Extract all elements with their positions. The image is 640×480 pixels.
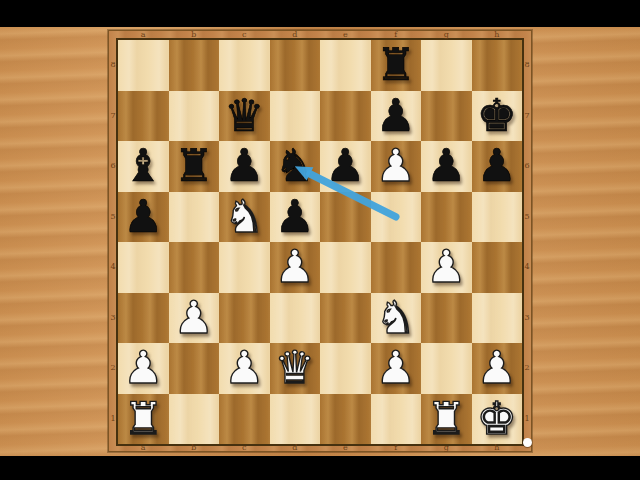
square-a6[interactable]: ♝ xyxy=(118,141,169,192)
square-g6[interactable]: ♟ xyxy=(421,141,472,192)
square-e5[interactable] xyxy=(320,192,371,243)
rank-label-right-4: 4 xyxy=(522,242,532,293)
square-a5[interactable]: ♟ xyxy=(118,192,169,243)
white-to-move-indicator-dot xyxy=(523,438,532,447)
square-g5[interactable] xyxy=(421,192,472,243)
file-label-top-b: b xyxy=(169,30,220,40)
square-h3[interactable] xyxy=(472,293,523,344)
square-g8[interactable] xyxy=(421,40,472,91)
piece-black-pawn-h6[interactable]: ♟ xyxy=(472,141,523,192)
piece-white-pawn-b3[interactable]: ♟ xyxy=(169,293,220,344)
square-e2[interactable] xyxy=(320,343,371,394)
square-h8[interactable] xyxy=(472,40,523,91)
square-f4[interactable] xyxy=(371,242,422,293)
piece-white-pawn-d4[interactable]: ♟ xyxy=(270,242,321,293)
rank-label-left-6: 6 xyxy=(108,141,118,192)
square-d7[interactable] xyxy=(270,91,321,142)
piece-white-pawn-c2[interactable]: ♟ xyxy=(219,343,270,394)
rank-label-right-2: 2 xyxy=(522,343,532,394)
rank-labels-right: 87654321 xyxy=(522,40,532,444)
square-e6[interactable]: ♟ xyxy=(320,141,371,192)
square-e4[interactable] xyxy=(320,242,371,293)
piece-white-pawn-f6[interactable]: ♟ xyxy=(371,141,422,192)
square-b3[interactable]: ♟ xyxy=(169,293,220,344)
file-label-top-c: c xyxy=(219,30,270,40)
file-label-bottom-b: b xyxy=(169,443,220,453)
rank-label-left-1: 1 xyxy=(108,394,118,445)
file-label-bottom-f: f xyxy=(371,443,422,453)
chess-board[interactable]: ♜♛♟♚♝♜♟♞♟♟♟♟♟♞♟♟♟♟♞♟♟♛♟♟♜♜♚ xyxy=(118,40,522,444)
rank-label-right-6: 6 xyxy=(522,141,532,192)
square-d5[interactable]: ♟ xyxy=(270,192,321,243)
square-b7[interactable] xyxy=(169,91,220,142)
piece-white-knight-f3[interactable]: ♞ xyxy=(371,293,422,344)
square-d3[interactable] xyxy=(270,293,321,344)
rank-label-right-3: 3 xyxy=(522,293,532,344)
piece-black-pawn-a5[interactable]: ♟ xyxy=(118,192,169,243)
square-h5[interactable] xyxy=(472,192,523,243)
square-g1[interactable]: ♜ xyxy=(421,394,472,445)
square-b2[interactable] xyxy=(169,343,220,394)
piece-black-pawn-g6[interactable]: ♟ xyxy=(421,141,472,192)
square-b8[interactable] xyxy=(169,40,220,91)
letterbox-bar-bottom xyxy=(0,456,640,480)
piece-black-pawn-c6[interactable]: ♟ xyxy=(219,141,270,192)
rank-label-right-8: 8 xyxy=(522,40,532,91)
square-c8[interactable] xyxy=(219,40,270,91)
square-g7[interactable] xyxy=(421,91,472,142)
file-label-top-f: f xyxy=(371,30,422,40)
piece-white-rook-g1[interactable]: ♜ xyxy=(421,394,472,445)
file-label-bottom-a: a xyxy=(118,443,169,453)
chess-app-window: abcdefgh 87654321 87654321 abcdefgh ♜♛♟♚… xyxy=(0,0,640,480)
rank-label-left-7: 7 xyxy=(108,91,118,142)
square-e8[interactable] xyxy=(320,40,371,91)
piece-white-king-h1[interactable]: ♚ xyxy=(472,394,523,445)
square-b6[interactable]: ♜ xyxy=(169,141,220,192)
square-a3[interactable] xyxy=(118,293,169,344)
file-label-bottom-e: e xyxy=(320,443,371,453)
square-e1[interactable] xyxy=(320,394,371,445)
file-label-bottom-h: h xyxy=(472,443,523,453)
piece-black-rook-b6[interactable]: ♜ xyxy=(169,141,220,192)
square-e3[interactable] xyxy=(320,293,371,344)
piece-black-pawn-d5[interactable]: ♟ xyxy=(270,192,321,243)
file-label-top-d: d xyxy=(270,30,321,40)
square-c6[interactable]: ♟ xyxy=(219,141,270,192)
rank-label-left-8: 8 xyxy=(108,40,118,91)
rank-label-right-1: 1 xyxy=(522,394,532,445)
piece-black-rook-f8[interactable]: ♜ xyxy=(371,40,422,91)
square-f8[interactable]: ♜ xyxy=(371,40,422,91)
square-d2[interactable]: ♛ xyxy=(270,343,321,394)
piece-white-queen-d2[interactable]: ♛ xyxy=(270,343,321,394)
square-d6[interactable]: ♞ xyxy=(270,141,321,192)
square-f2[interactable]: ♟ xyxy=(371,343,422,394)
file-labels-top: abcdefgh xyxy=(118,30,522,40)
square-g4[interactable]: ♟ xyxy=(421,242,472,293)
file-label-top-a: a xyxy=(118,30,169,40)
square-b4[interactable] xyxy=(169,242,220,293)
file-label-top-g: g xyxy=(421,30,472,40)
piece-black-knight-d6[interactable]: ♞ xyxy=(270,141,321,192)
rank-labels-left: 87654321 xyxy=(108,40,118,444)
file-label-bottom-d: d xyxy=(270,443,321,453)
rank-label-right-7: 7 xyxy=(522,91,532,142)
square-c3[interactable] xyxy=(219,293,270,344)
square-h4[interactable] xyxy=(472,242,523,293)
rank-label-left-3: 3 xyxy=(108,293,118,344)
piece-black-pawn-f7[interactable]: ♟ xyxy=(371,91,422,142)
square-b1[interactable] xyxy=(169,394,220,445)
piece-black-queen-c7[interactable]: ♛ xyxy=(219,91,270,142)
piece-white-pawn-a2[interactable]: ♟ xyxy=(118,343,169,394)
rank-label-left-4: 4 xyxy=(108,242,118,293)
square-a1[interactable]: ♜ xyxy=(118,394,169,445)
rank-label-left-2: 2 xyxy=(108,343,118,394)
square-a7[interactable] xyxy=(118,91,169,142)
square-f3[interactable]: ♞ xyxy=(371,293,422,344)
piece-black-king-h7[interactable]: ♚ xyxy=(472,91,523,142)
square-a8[interactable] xyxy=(118,40,169,91)
square-c4[interactable] xyxy=(219,242,270,293)
square-b5[interactable] xyxy=(169,192,220,243)
piece-white-pawn-g4[interactable]: ♟ xyxy=(421,242,472,293)
square-h1[interactable]: ♚ xyxy=(472,394,523,445)
square-d8[interactable] xyxy=(270,40,321,91)
piece-white-knight-c5[interactable]: ♞ xyxy=(219,192,270,243)
rank-label-left-5: 5 xyxy=(108,192,118,243)
piece-white-rook-a1[interactable]: ♜ xyxy=(118,394,169,445)
square-e7[interactable] xyxy=(320,91,371,142)
square-a2[interactable]: ♟ xyxy=(118,343,169,394)
square-c1[interactable] xyxy=(219,394,270,445)
letterbox-bar-top xyxy=(0,0,640,27)
piece-black-pawn-e6[interactable]: ♟ xyxy=(320,141,371,192)
piece-black-bishop-a6[interactable]: ♝ xyxy=(118,141,169,192)
file-labels-bottom: abcdefgh xyxy=(118,443,522,453)
piece-white-pawn-h2[interactable]: ♟ xyxy=(472,343,523,394)
square-c5[interactable]: ♞ xyxy=(219,192,270,243)
square-d1[interactable] xyxy=(270,394,321,445)
square-h7[interactable]: ♚ xyxy=(472,91,523,142)
square-c7[interactable]: ♛ xyxy=(219,91,270,142)
square-h2[interactable]: ♟ xyxy=(472,343,523,394)
square-h6[interactable]: ♟ xyxy=(472,141,523,192)
file-label-bottom-g: g xyxy=(421,443,472,453)
square-a4[interactable] xyxy=(118,242,169,293)
rank-label-right-5: 5 xyxy=(522,192,532,243)
square-c2[interactable]: ♟ xyxy=(219,343,270,394)
square-g3[interactable] xyxy=(421,293,472,344)
piece-white-pawn-f2[interactable]: ♟ xyxy=(371,343,422,394)
square-g2[interactable] xyxy=(421,343,472,394)
file-label-top-h: h xyxy=(472,30,523,40)
file-label-top-e: e xyxy=(320,30,371,40)
file-label-bottom-c: c xyxy=(219,443,270,453)
square-f7[interactable]: ♟ xyxy=(371,91,422,142)
square-f5[interactable] xyxy=(371,192,422,243)
square-d4[interactable]: ♟ xyxy=(270,242,321,293)
square-f1[interactable] xyxy=(371,394,422,445)
square-f6[interactable]: ♟ xyxy=(371,141,422,192)
